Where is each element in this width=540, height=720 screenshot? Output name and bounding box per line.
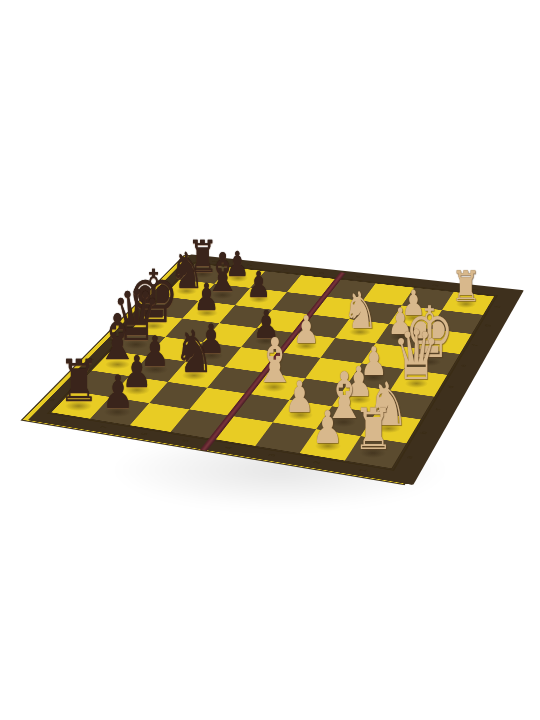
coordinate-label: 4 [356, 276, 363, 279]
piece-dark-pawn-f7[interactable]: ♟ [192, 279, 221, 316]
piece-dark-pawn-a7[interactable]: ♟ [100, 370, 136, 416]
coordinate-label: g [483, 324, 491, 327]
coordinate-label: a [406, 455, 415, 459]
coordinate-label: 3 [269, 453, 278, 457]
piece-dark-pawn-g6[interactable]: ♟ [245, 267, 273, 303]
piece-light-knight-f3[interactable]: ♞ [340, 286, 380, 337]
coordinate-label: c [434, 408, 443, 411]
piece-dark-knight-c6[interactable]: ♞ [171, 323, 216, 381]
coordinate-label: 5 [182, 439, 191, 443]
piece-dark-rook-a8[interactable]: ♜ [56, 353, 101, 411]
coordinate-label: 7 [101, 426, 110, 430]
product-photo: aa88bb77cc66dd55ee44ff33gg22hh11 ♜♝♛♚♞♜♟… [0, 0, 540, 720]
coordinate-label: 3 [394, 280, 402, 283]
coordinate-label: h [495, 305, 503, 308]
coordinate-label: 6 [282, 268, 289, 270]
coordinate-label: 4 [225, 446, 234, 450]
piece-light-pawn-a2[interactable]: ♟ [310, 405, 345, 450]
coordinate-label: 2 [433, 284, 441, 287]
coordinate-label: 5 [319, 272, 326, 274]
coordinate-label: 8 [61, 419, 70, 423]
piece-light-rook-a1[interactable]: ♜ [351, 401, 395, 458]
coordinate-label: f [472, 344, 480, 346]
coordinate-label: 1 [360, 468, 369, 472]
coordinate-label: b [420, 431, 429, 435]
coordinate-label: 2 [313, 461, 322, 465]
coordinate-label: d [447, 385, 456, 388]
coordinate-label: e [460, 364, 468, 367]
coordinate-label: 6 [141, 432, 150, 436]
